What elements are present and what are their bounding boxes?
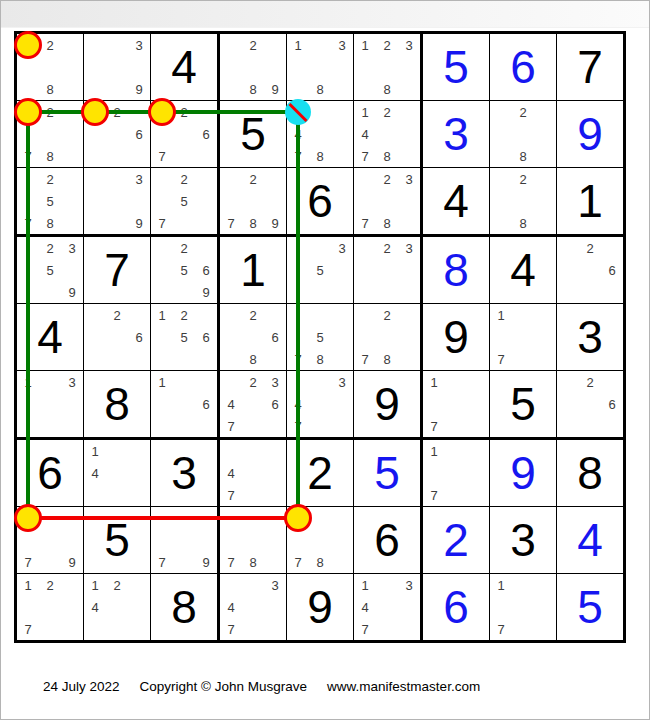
cell-r4c6[interactable]: 23 — [354, 237, 420, 303]
pencil-empty — [242, 618, 264, 640]
pencil-empty — [557, 237, 579, 259]
pencil-marks: 17 — [423, 440, 489, 506]
cell-r3c2[interactable]: 39 — [84, 168, 150, 234]
pencil-empty — [398, 212, 420, 234]
pencil-2: 2 — [39, 34, 61, 56]
pencil-empty — [376, 190, 398, 212]
pencil-8: 8 — [39, 78, 61, 100]
given-digit: 4 — [490, 237, 556, 303]
pencil-empty — [128, 484, 150, 506]
pencil-empty — [534, 212, 556, 234]
pencil-empty — [309, 415, 331, 437]
pencil-marks: 26 — [557, 237, 623, 303]
cell-r1c6[interactable]: 1238 — [354, 34, 420, 100]
pencil-9: 9 — [61, 281, 83, 303]
pencil-empty — [220, 190, 242, 212]
pencil-empty — [309, 507, 331, 529]
pencil-empty — [106, 440, 128, 462]
grid-vertical-line — [150, 31, 151, 643]
pencil-2: 2 — [376, 34, 398, 56]
pencil-7: 7 — [17, 551, 39, 573]
cell-r4c8[interactable]: 4 — [490, 237, 556, 303]
pencil-marks: 47 — [220, 440, 286, 506]
pencil-9: 9 — [195, 551, 217, 573]
pencil-empty — [106, 326, 128, 348]
pencil-empty — [264, 348, 286, 370]
pencil-empty — [423, 462, 445, 484]
solved-digit: 5 — [423, 34, 489, 100]
pencil-empty — [490, 326, 512, 348]
pencil-marks: 16 — [151, 371, 217, 437]
pencil-empty — [579, 415, 601, 437]
pencil-empty — [151, 529, 173, 551]
pencil-2: 2 — [376, 168, 398, 190]
pencil-empty — [39, 529, 61, 551]
pencil-empty — [128, 462, 150, 484]
pencil-empty — [398, 56, 420, 78]
cell-r5c4[interactable]: 268 — [220, 304, 286, 370]
pencil-empty — [309, 371, 331, 393]
pencil-2: 2 — [106, 304, 128, 326]
cell-r6c9[interactable]: 26 — [557, 371, 623, 437]
cell-r1c7[interactable]: 5 — [423, 34, 489, 100]
cell-r4c3[interactable]: 2569 — [151, 237, 217, 303]
pencil-marks: 289 — [220, 34, 286, 100]
pencil-empty — [264, 34, 286, 56]
cell-r4c2[interactable]: 7 — [84, 237, 150, 303]
cell-r6c3[interactable]: 16 — [151, 371, 217, 437]
pencil-empty — [61, 529, 83, 551]
pencil-2: 2 — [39, 574, 61, 596]
grid-horizontal-line — [14, 573, 626, 574]
chain-node-circle — [14, 504, 42, 532]
pencil-empty — [331, 56, 353, 78]
cell-r3c9[interactable]: 1 — [557, 168, 623, 234]
pencil-empty — [490, 168, 512, 190]
cell-r9c7[interactable]: 6 — [423, 574, 489, 640]
cell-r9c1[interactable]: 127 — [17, 574, 83, 640]
pencil-empty — [173, 551, 195, 573]
pencil-empty — [61, 415, 83, 437]
pencil-empty — [195, 168, 217, 190]
pencil-4: 4 — [220, 596, 242, 618]
cell-r7c8[interactable]: 9 — [490, 440, 556, 506]
pencil-empty — [220, 440, 242, 462]
pencil-1: 1 — [423, 440, 445, 462]
given-digit: 8 — [557, 440, 623, 506]
pencil-empty — [601, 371, 623, 393]
pencil-empty — [128, 618, 150, 640]
pencil-9: 9 — [128, 78, 150, 100]
pencil-empty — [106, 78, 128, 100]
pencil-empty — [398, 596, 420, 618]
cell-r7c4[interactable]: 47 — [220, 440, 286, 506]
elimination-slash-icon — [288, 102, 307, 121]
pencil-6: 6 — [128, 326, 150, 348]
pencil-8: 8 — [376, 212, 398, 234]
pencil-empty — [264, 56, 286, 78]
grid-border-top — [14, 31, 626, 34]
pencil-1: 1 — [151, 371, 173, 393]
grid-border-right — [623, 31, 626, 643]
pencil-1: 1 — [84, 574, 106, 596]
pencil-empty — [61, 574, 83, 596]
pencil-empty — [490, 190, 512, 212]
pencil-marks: 2378 — [354, 168, 420, 234]
grid-horizontal-line — [14, 370, 626, 371]
pencil-8: 8 — [242, 212, 264, 234]
pencil-empty — [106, 212, 128, 234]
pencil-empty — [376, 56, 398, 78]
chain-node-circle — [148, 98, 176, 126]
pencil-marks: 28 — [490, 168, 556, 234]
given-digit: 3 — [557, 304, 623, 370]
pencil-empty — [173, 123, 195, 145]
pencil-empty — [534, 348, 556, 370]
pencil-8: 8 — [39, 212, 61, 234]
pencil-empty — [195, 415, 217, 437]
pencil-empty — [398, 259, 420, 281]
pencil-marks: 17 — [490, 304, 556, 370]
given-digit: 1 — [220, 237, 286, 303]
cell-r8c8[interactable]: 3 — [490, 507, 556, 573]
pencil-empty — [264, 618, 286, 640]
cell-r3c3[interactable]: 257 — [151, 168, 217, 234]
pencil-marks: 268 — [220, 304, 286, 370]
pencil-marks: 1238 — [354, 34, 420, 100]
pencil-8: 8 — [376, 145, 398, 167]
given-digit: 5 — [490, 371, 556, 437]
cell-r1c2[interactable]: 39 — [84, 34, 150, 100]
pencil-empty — [467, 484, 489, 506]
pencil-empty — [423, 393, 445, 415]
cell-r3c7[interactable]: 4 — [423, 168, 489, 234]
pencil-empty — [534, 596, 556, 618]
pencil-empty — [309, 281, 331, 303]
cell-r6c7[interactable]: 17 — [423, 371, 489, 437]
given-digit: 9 — [423, 304, 489, 370]
pencil-empty — [398, 190, 420, 212]
cell-r3c6[interactable]: 2378 — [354, 168, 420, 234]
pencil-empty — [445, 462, 467, 484]
pencil-empty — [534, 123, 556, 145]
cell-r1c8[interactable]: 6 — [490, 34, 556, 100]
pencil-empty — [242, 190, 264, 212]
pencil-empty — [534, 168, 556, 190]
pencil-empty — [61, 168, 83, 190]
pencil-empty — [151, 237, 173, 259]
pencil-empty — [84, 168, 106, 190]
pencil-7: 7 — [151, 551, 173, 573]
pencil-8: 8 — [376, 78, 398, 100]
cell-r9c4[interactable]: 347 — [220, 574, 286, 640]
pencil-1: 1 — [151, 304, 173, 326]
cell-r2c6[interactable]: 12478 — [354, 101, 420, 167]
pencil-empty — [84, 190, 106, 212]
pencil-empty — [84, 484, 106, 506]
pencil-empty — [264, 190, 286, 212]
pencil-7: 7 — [490, 348, 512, 370]
pencil-4: 4 — [354, 123, 376, 145]
cell-r9c9[interactable]: 5 — [557, 574, 623, 640]
cell-r7c9[interactable]: 8 — [557, 440, 623, 506]
pencil-empty — [106, 484, 128, 506]
pencil-empty — [579, 393, 601, 415]
cell-r5c7[interactable]: 9 — [423, 304, 489, 370]
pencil-empty — [61, 56, 83, 78]
pencil-2: 2 — [242, 304, 264, 326]
cell-r5c9[interactable]: 3 — [557, 304, 623, 370]
pencil-marks: 12478 — [354, 101, 420, 167]
pencil-empty — [331, 123, 353, 145]
pencil-empty — [106, 145, 128, 167]
pencil-empty — [579, 259, 601, 281]
cell-r9c2[interactable]: 124 — [84, 574, 150, 640]
pencil-9: 9 — [61, 551, 83, 573]
pencil-empty — [376, 123, 398, 145]
cell-r5c2[interactable]: 26 — [84, 304, 150, 370]
cell-r1c9[interactable]: 7 — [557, 34, 623, 100]
pencil-marks: 347 — [220, 574, 286, 640]
cell-r7c2[interactable]: 14 — [84, 440, 150, 506]
pencil-empty — [61, 212, 83, 234]
pencil-3: 3 — [331, 371, 353, 393]
pencil-6: 6 — [195, 123, 217, 145]
pencil-empty — [354, 190, 376, 212]
pencil-empty — [467, 440, 489, 462]
pencil-5: 5 — [309, 259, 331, 281]
pencil-3: 3 — [331, 237, 353, 259]
pencil-7: 7 — [220, 618, 242, 640]
pencil-6: 6 — [128, 123, 150, 145]
pencil-marks: 1347 — [354, 574, 420, 640]
cell-r7c7[interactable]: 17 — [423, 440, 489, 506]
pencil-empty — [398, 78, 420, 100]
cell-r4c7[interactable]: 8 — [423, 237, 489, 303]
pencil-7: 7 — [354, 348, 376, 370]
pencil-marks: 39 — [84, 34, 150, 100]
pencil-marks: 124 — [84, 574, 150, 640]
pencil-empty — [195, 190, 217, 212]
pencil-empty — [106, 596, 128, 618]
pencil-empty — [534, 574, 556, 596]
pencil-empty — [17, 78, 39, 100]
cell-r5c8[interactable]: 17 — [490, 304, 556, 370]
pencil-marks: 2789 — [220, 168, 286, 234]
pencil-empty — [398, 281, 420, 303]
pencil-marks: 14 — [84, 440, 150, 506]
cell-r1c3[interactable]: 4 — [151, 34, 217, 100]
pencil-empty — [61, 123, 83, 145]
cell-r2c9[interactable]: 9 — [557, 101, 623, 167]
cell-r9c6[interactable]: 1347 — [354, 574, 420, 640]
pencil-empty — [398, 348, 420, 370]
pencil-2: 2 — [39, 168, 61, 190]
pencil-empty — [242, 574, 264, 596]
pencil-empty — [128, 348, 150, 370]
cell-r2c8[interactable]: 28 — [490, 101, 556, 167]
pencil-marks: 127 — [17, 574, 83, 640]
cell-r9c5[interactable]: 9 — [287, 574, 353, 640]
pencil-empty — [309, 34, 331, 56]
pencil-empty — [512, 596, 534, 618]
cell-r8c7[interactable]: 2 — [423, 507, 489, 573]
cell-r6c8[interactable]: 5 — [490, 371, 556, 437]
pencil-empty — [242, 415, 264, 437]
cell-r7c3[interactable]: 3 — [151, 440, 217, 506]
pencil-2: 2 — [579, 371, 601, 393]
pencil-marks: 17 — [423, 371, 489, 437]
grid-horizontal-line — [14, 437, 626, 440]
pencil-empty — [512, 574, 534, 596]
pencil-marks: 138 — [287, 34, 353, 100]
pencil-8: 8 — [309, 551, 331, 573]
cell-r6c6[interactable]: 9 — [354, 371, 420, 437]
pencil-empty — [264, 551, 286, 573]
pencil-empty — [106, 348, 128, 370]
grid-horizontal-line — [14, 303, 626, 304]
pencil-empty — [39, 281, 61, 303]
pencil-empty — [151, 123, 173, 145]
chain-node-circle — [284, 504, 312, 532]
grid-border-bottom — [14, 640, 626, 643]
pencil-2: 2 — [242, 371, 264, 393]
cell-r9c8[interactable]: 17 — [490, 574, 556, 640]
footer-website[interactable]: www.manifestmaster.com — [327, 679, 480, 694]
pencil-7: 7 — [287, 551, 309, 573]
pencil-empty — [445, 484, 467, 506]
pencil-empty — [128, 596, 150, 618]
pencil-7: 7 — [220, 484, 242, 506]
pencil-marks: 17 — [490, 574, 556, 640]
pencil-empty — [376, 326, 398, 348]
cell-r8c6[interactable]: 6 — [354, 507, 420, 573]
pencil-8: 8 — [512, 212, 534, 234]
chain-node-circle — [81, 98, 109, 126]
cell-r6c2[interactable]: 8 — [84, 371, 150, 437]
pencil-empty — [39, 393, 61, 415]
pencil-empty — [490, 145, 512, 167]
chain-line-green — [296, 112, 300, 518]
cell-r1c5[interactable]: 138 — [287, 34, 353, 100]
pencil-empty — [354, 326, 376, 348]
cell-r6c4[interactable]: 23467 — [220, 371, 286, 437]
pencil-empty — [84, 56, 106, 78]
pencil-empty — [151, 326, 173, 348]
pencil-empty — [151, 168, 173, 190]
pencil-7: 7 — [17, 618, 39, 640]
pencil-empty — [220, 348, 242, 370]
cell-r2c7[interactable]: 3 — [423, 101, 489, 167]
pencil-empty — [331, 78, 353, 100]
pencil-empty — [106, 34, 128, 56]
pencil-8: 8 — [242, 348, 264, 370]
pencil-empty — [84, 212, 106, 234]
given-digit: 7 — [557, 34, 623, 100]
pencil-empty — [490, 123, 512, 145]
pencil-2: 2 — [579, 237, 601, 259]
pencil-5: 5 — [173, 326, 195, 348]
pencil-8: 8 — [376, 348, 398, 370]
pencil-empty — [264, 596, 286, 618]
cell-r8c9[interactable]: 4 — [557, 507, 623, 573]
cell-r4c4[interactable]: 1 — [220, 237, 286, 303]
pencil-empty — [220, 78, 242, 100]
grid-vertical-line — [217, 31, 220, 643]
grid-horizontal-line — [14, 234, 626, 237]
pencil-empty — [39, 371, 61, 393]
cell-r5c6[interactable]: 278 — [354, 304, 420, 370]
pencil-empty — [39, 123, 61, 145]
cell-r9c3[interactable]: 8 — [151, 574, 217, 640]
cell-r3c4[interactable]: 2789 — [220, 168, 286, 234]
cell-r4c9[interactable]: 26 — [557, 237, 623, 303]
pencil-3: 3 — [398, 574, 420, 596]
pencil-7: 7 — [220, 415, 242, 437]
pencil-4: 4 — [84, 462, 106, 484]
grid-horizontal-line — [14, 100, 626, 101]
pencil-empty — [39, 618, 61, 640]
pencil-empty — [39, 56, 61, 78]
pencil-3: 3 — [61, 371, 83, 393]
pencil-empty — [309, 237, 331, 259]
pencil-empty — [331, 507, 353, 529]
pencil-empty — [39, 596, 61, 618]
cell-r1c4[interactable]: 289 — [220, 34, 286, 100]
pencil-empty — [264, 415, 286, 437]
pencil-empty — [61, 78, 83, 100]
pencil-2: 2 — [376, 101, 398, 123]
pencil-empty — [242, 326, 264, 348]
pencil-empty — [376, 596, 398, 618]
cell-r5c3[interactable]: 1256 — [151, 304, 217, 370]
pencil-empty — [39, 415, 61, 437]
pencil-3: 3 — [264, 371, 286, 393]
pencil-empty — [287, 56, 309, 78]
pencil-empty — [331, 415, 353, 437]
grid-border-left — [14, 31, 17, 643]
given-digit: 7 — [84, 237, 150, 303]
pencil-empty — [106, 168, 128, 190]
pencil-empty — [398, 145, 420, 167]
pencil-empty — [220, 574, 242, 596]
pencil-2: 2 — [242, 168, 264, 190]
pencil-empty — [61, 145, 83, 167]
pencil-3: 3 — [264, 574, 286, 596]
pencil-empty — [151, 393, 173, 415]
pencil-empty — [173, 393, 195, 415]
chain-node-circle — [14, 31, 42, 59]
pencil-empty — [354, 281, 376, 303]
pencil-empty — [242, 56, 264, 78]
cell-r3c8[interactable]: 28 — [490, 168, 556, 234]
pencil-empty — [331, 551, 353, 573]
pencil-empty — [128, 304, 150, 326]
pencil-5: 5 — [39, 190, 61, 212]
pencil-marks: 28 — [490, 101, 556, 167]
sudoku-board: 1283942891381238567127812612675147812478… — [14, 31, 626, 643]
pencil-empty — [557, 371, 579, 393]
pencil-8: 8 — [309, 145, 331, 167]
pencil-empty — [490, 101, 512, 123]
pencil-empty — [512, 304, 534, 326]
pencil-empty — [354, 56, 376, 78]
given-digit: 9 — [354, 371, 420, 437]
pencil-empty — [264, 462, 286, 484]
pencil-empty — [512, 348, 534, 370]
cell-r7c6[interactable]: 5 — [354, 440, 420, 506]
pencil-empty — [354, 168, 376, 190]
